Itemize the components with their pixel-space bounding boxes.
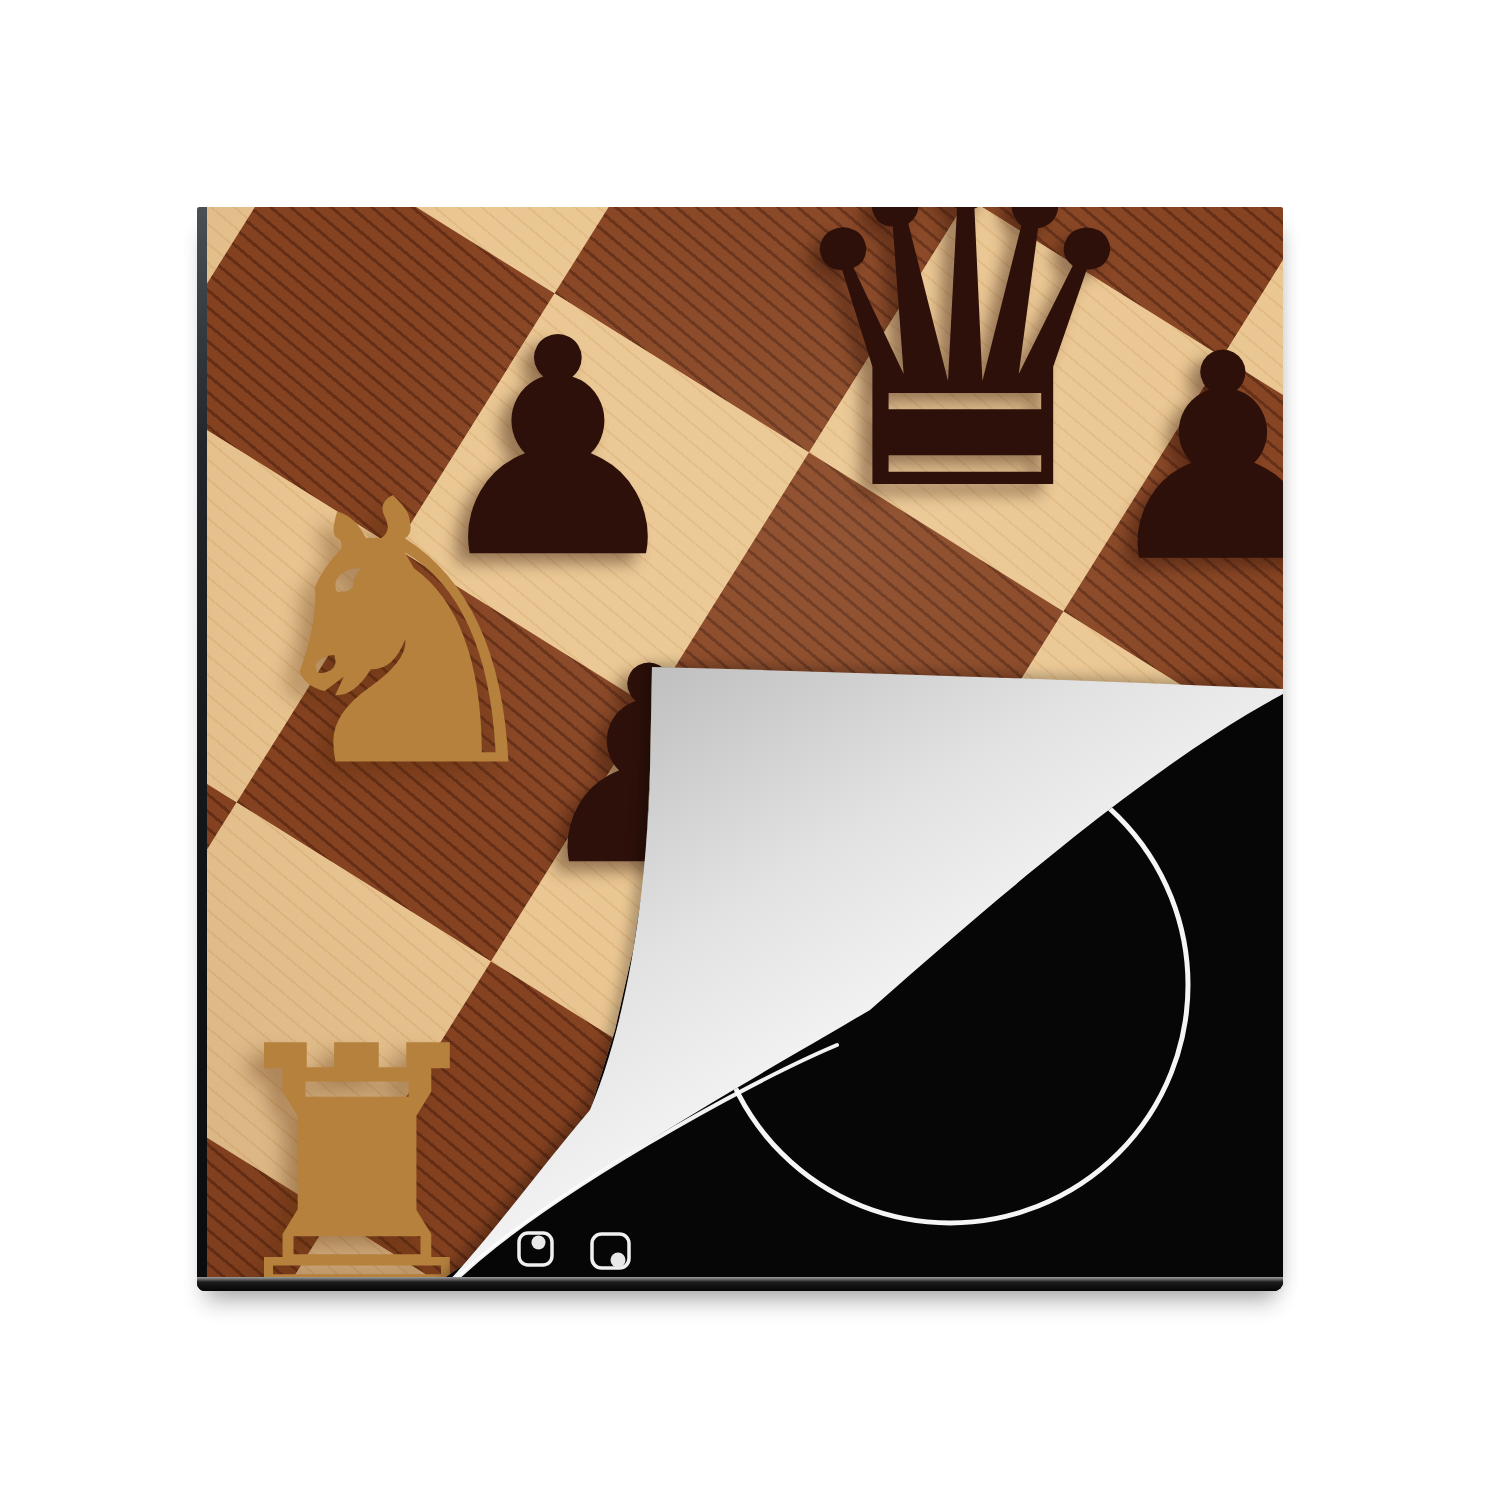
plate-left-edge xyxy=(197,207,207,1291)
stove-cover-plate: ♛ ♟ ♟ ♟ ♞ ♜ xyxy=(197,207,1283,1291)
plate-bottom-edge xyxy=(197,1277,1283,1291)
product-mockup-stage: ♛ ♟ ♟ ♟ ♞ ♜ xyxy=(0,0,1500,1500)
page-curl-overlay xyxy=(197,207,1283,1291)
